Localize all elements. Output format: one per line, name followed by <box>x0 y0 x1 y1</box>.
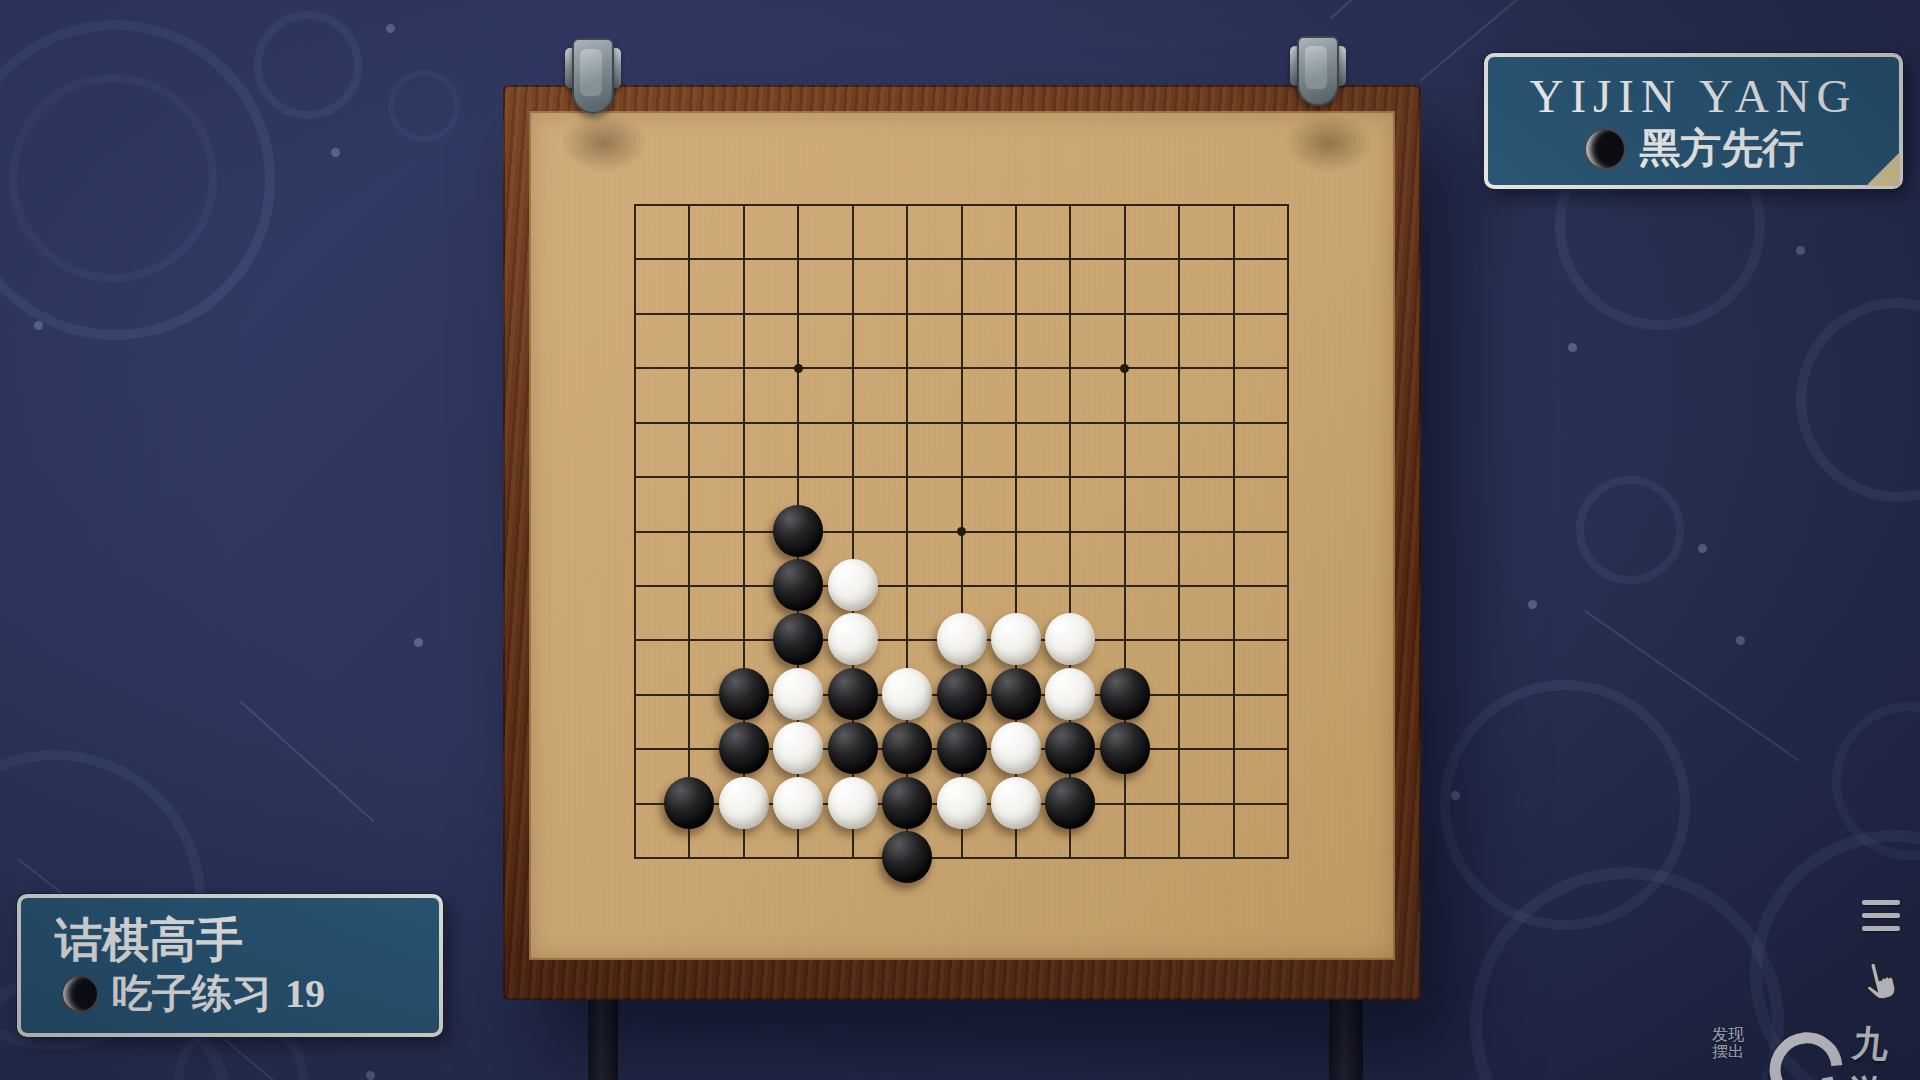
player-name: YIJIN YANG <box>1529 73 1857 120</box>
bg-node-dot <box>34 321 43 330</box>
stone-black <box>1100 722 1150 774</box>
grid-line-h <box>634 585 1289 587</box>
stone-black <box>1045 777 1095 829</box>
bg-line <box>239 700 374 822</box>
fold-corner[interactable] <box>1866 152 1900 186</box>
stone-black <box>773 613 823 665</box>
puzzle-number: 19 <box>285 974 325 1014</box>
stone-white <box>937 613 987 665</box>
notice-text: 发现 摆出 <box>1712 1026 1744 1060</box>
board-leg-left <box>588 990 618 1080</box>
clip-shadow-right <box>1284 113 1374 173</box>
clip-shadow-left <box>559 113 649 173</box>
puzzle-mode-label: 吃子练习 <box>112 974 272 1014</box>
bg-ring <box>1576 476 1684 584</box>
grid-line-h <box>634 857 1289 859</box>
stone-white <box>828 777 878 829</box>
stone-black <box>882 777 932 829</box>
puzzle-info-panel: 诘棋高手 吃子练习 19 <box>17 894 443 1037</box>
stone-white <box>719 777 769 829</box>
star-point <box>794 364 803 373</box>
star-point <box>1120 364 1129 373</box>
bg-node-dot <box>1736 636 1745 645</box>
bg-node-dot <box>386 24 395 33</box>
stone-black <box>937 722 987 774</box>
hamburger-menu-icon[interactable] <box>1862 900 1900 931</box>
grid-line-v <box>1178 204 1180 859</box>
stone-white <box>991 777 1041 829</box>
stylized-g-logo-icon <box>1755 1017 1858 1080</box>
puzzle-title: 诘棋高手 <box>55 917 439 964</box>
stone-black <box>773 559 823 611</box>
stone-white <box>1045 668 1095 720</box>
bg-node-dot <box>1568 343 1577 352</box>
binder-clip-left <box>565 38 621 110</box>
stone-white <box>828 613 878 665</box>
stone-black <box>828 668 878 720</box>
clip-tongue <box>1297 36 1339 106</box>
stone-white <box>937 777 987 829</box>
go-grid[interactable] <box>635 205 1288 858</box>
black-stone-moon-icon <box>61 975 99 1013</box>
stone-black <box>991 668 1041 720</box>
stone-black <box>882 722 932 774</box>
watermark-text: 九游 <box>1845 1020 1920 1080</box>
stone-black <box>773 505 823 557</box>
bg-node-dot <box>1528 600 1537 609</box>
stone-white <box>991 722 1041 774</box>
clip-tongue <box>572 38 614 114</box>
bg-ring <box>1796 298 1920 502</box>
bg-node-dot <box>366 1071 375 1080</box>
grid-line-v <box>1287 204 1289 859</box>
bg-node-dot <box>1451 791 1460 800</box>
stone-black <box>882 831 932 883</box>
stone-black <box>719 722 769 774</box>
stone-white <box>882 668 932 720</box>
bg-ring <box>388 70 460 142</box>
black-stone-moon-icon <box>1584 128 1626 170</box>
stone-white <box>1045 613 1095 665</box>
bg-node-dot <box>1698 544 1707 553</box>
binder-clip-right <box>1290 36 1346 102</box>
stone-black <box>937 668 987 720</box>
turn-label: 黑方先行 <box>1640 128 1804 169</box>
bg-node-dot <box>1796 246 1805 255</box>
stone-black <box>1100 668 1150 720</box>
stone-black <box>719 668 769 720</box>
stone-white <box>991 613 1041 665</box>
board-paper <box>529 111 1395 960</box>
watermark: 九游 <box>1770 1020 1920 1080</box>
bg-ring <box>9 74 217 282</box>
stone-white <box>773 777 823 829</box>
bg-node-dot <box>331 148 340 157</box>
player-turn-panel[interactable]: YIJIN YANG 黑方先行 <box>1484 53 1903 189</box>
go-board-frame <box>503 85 1421 1000</box>
stone-black <box>828 722 878 774</box>
board-leg-right <box>1329 990 1363 1080</box>
bg-node-dot <box>414 638 423 647</box>
bg-ring <box>1832 702 1920 860</box>
star-point <box>957 527 966 536</box>
grid-line-v <box>1233 204 1235 859</box>
bg-ring <box>254 11 362 119</box>
stone-white <box>773 722 823 774</box>
stone-black <box>1045 722 1095 774</box>
stone-white <box>828 559 878 611</box>
stone-white <box>773 668 823 720</box>
bg-line <box>1329 0 1464 20</box>
stone-black <box>664 777 714 829</box>
